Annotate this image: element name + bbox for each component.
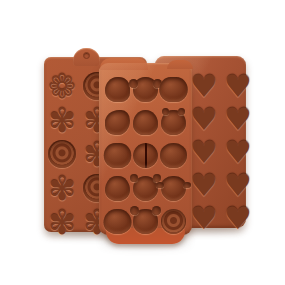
cavity-crab [159, 77, 188, 102]
cavity-flower: ✾ [48, 208, 76, 236]
product-photo: ♥♥♥♥♥♥♥♥♥♥♥♥♥♥♥ ❁✾✾✾✾✾✾✾✾✾ [0, 0, 285, 285]
cavity-bear [133, 176, 158, 201]
animal-mold [99, 63, 192, 235]
cavity-cow [161, 176, 186, 201]
cavity-heart: ♥ [191, 205, 217, 231]
cavity-pig [160, 143, 187, 168]
hanging-hole [83, 52, 90, 59]
cavity-flower: ✾ [48, 174, 76, 202]
cavity-daisy: ❁ [48, 72, 76, 100]
cavity-penguin [105, 176, 130, 201]
cavity-squirrel [105, 110, 130, 135]
cavity-rose [48, 140, 76, 168]
cavity-flower: ✾ [48, 106, 76, 134]
cavity-hippo [104, 143, 132, 168]
cavity-owl [161, 110, 186, 135]
cavity-turtle [104, 209, 132, 234]
cavity-heart: ♥ [225, 172, 251, 198]
animal-mold-cavities [105, 77, 186, 234]
cavity-heart: ♥ [225, 139, 251, 165]
cavity-heart: ♥ [225, 106, 251, 132]
wavy-edge-bump [167, 60, 193, 69]
wavy-edge-bump [100, 58, 148, 70]
cavity-heart: ♥ [225, 205, 251, 231]
cavity-monkey [133, 77, 158, 102]
cavity-snail [161, 209, 186, 234]
hanging-tab [73, 48, 100, 66]
cavity-ladybug [133, 143, 158, 168]
cavity-heart: ♥ [225, 73, 251, 99]
cavity-chick [133, 110, 158, 135]
cavity-heart: ♥ [191, 139, 217, 165]
cavity-heart: ♥ [191, 172, 217, 198]
cavity-heart: ♥ [191, 106, 217, 132]
cavity-panda [133, 209, 158, 234]
cavity-heart: ♥ [191, 73, 217, 99]
cavity-duck [105, 77, 130, 102]
